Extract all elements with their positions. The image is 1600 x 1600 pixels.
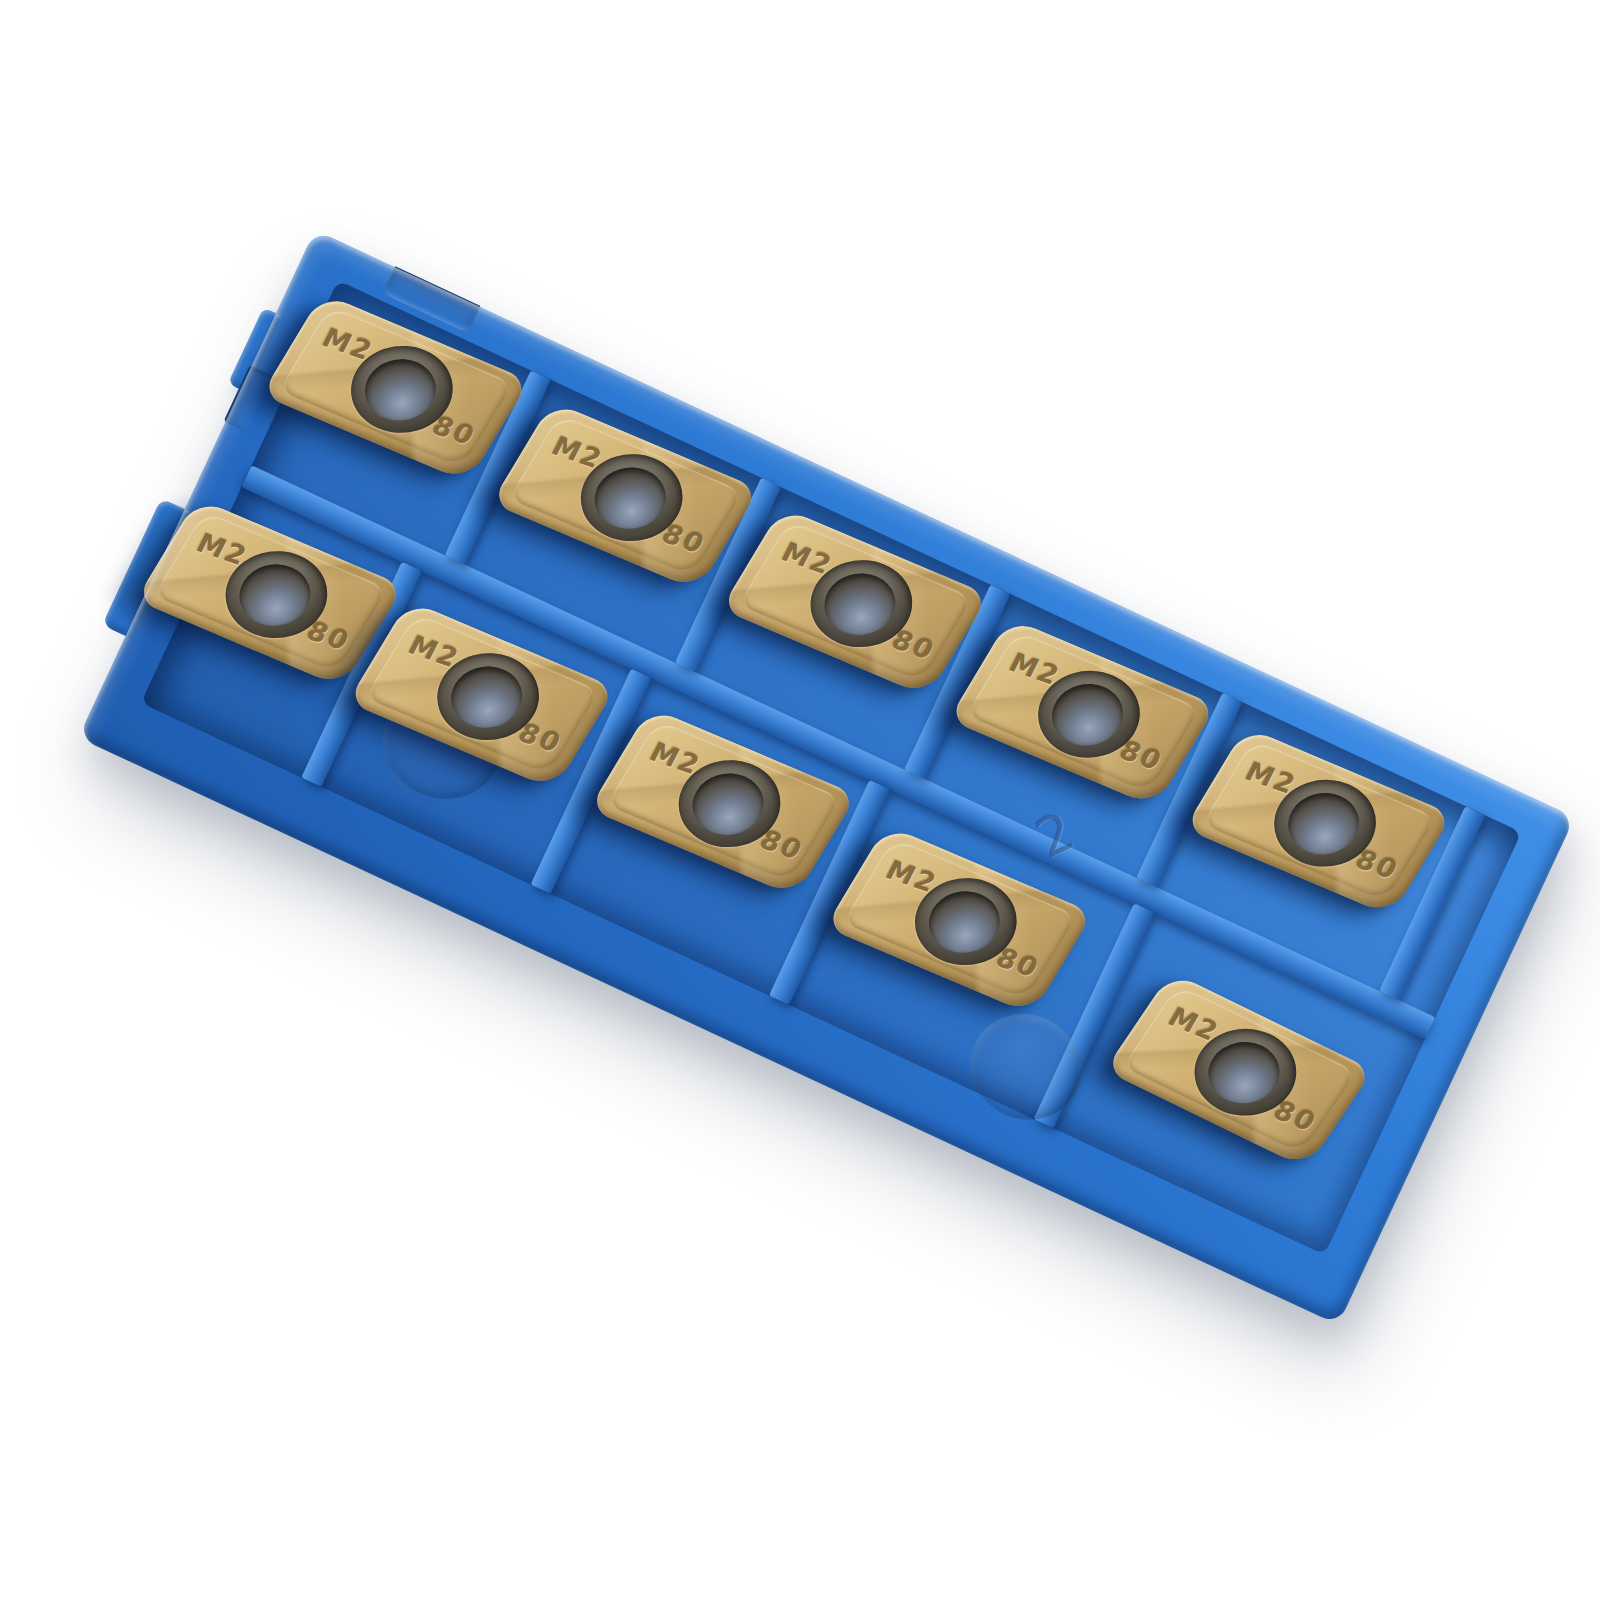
tray-floor-mold-mark xyxy=(953,996,1098,1138)
insert-tray: 2 M2 80 M2 80 M2 80 M2 80 M2 80 M2 80 M2… xyxy=(78,230,1574,1325)
product-photo-scene: 2 M2 80 M2 80 M2 80 M2 80 M2 80 M2 80 M2… xyxy=(0,0,1600,1600)
